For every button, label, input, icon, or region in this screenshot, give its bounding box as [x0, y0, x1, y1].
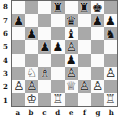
square-h4[interactable]: [104, 54, 117, 67]
square-h8[interactable]: [104, 1, 117, 14]
square-e6[interactable]: ♝: [65, 27, 78, 40]
square-c5[interactable]: ♟: [38, 40, 51, 53]
white-rook-h1: ♖: [105, 93, 116, 105]
square-a2[interactable]: ♙: [12, 80, 25, 93]
chess-board: ♜♜♚♟♛♟♟♟♝♞♟♟♙♟♘♗♙♙♙♙♕♙♙♔♖♖: [11, 0, 118, 107]
square-d7[interactable]: [51, 14, 64, 27]
black-knight-h6: ♞: [105, 27, 116, 39]
square-b3[interactable]: ♘: [25, 67, 38, 80]
square-d1[interactable]: ♖: [51, 93, 64, 106]
square-f8[interactable]: ♜: [78, 1, 91, 14]
file-label-d: d: [51, 107, 64, 118]
square-h1[interactable]: ♖: [104, 93, 117, 106]
square-f5[interactable]: [78, 40, 91, 53]
square-b8[interactable]: [25, 1, 38, 14]
rank-label-4: 4: [0, 54, 11, 67]
file-label-h: h: [105, 107, 118, 118]
rank-label-8: 8: [0, 0, 11, 13]
square-d6[interactable]: [51, 27, 64, 40]
square-a8[interactable]: [12, 1, 25, 14]
square-g2[interactable]: ♙: [91, 80, 104, 93]
square-g8[interactable]: ♚: [91, 1, 104, 14]
square-g7[interactable]: ♟: [91, 14, 104, 27]
white-king-b1: ♔: [26, 93, 37, 105]
white-pawn-g2: ♙: [92, 80, 103, 92]
file-labels: abcdefgh: [11, 107, 118, 118]
square-e2[interactable]: ♕: [65, 80, 78, 93]
black-pawn-d5: ♟: [53, 40, 64, 52]
square-g3[interactable]: [91, 67, 104, 80]
square-f1[interactable]: [78, 93, 91, 106]
square-a3[interactable]: [12, 67, 25, 80]
square-e5[interactable]: ♙: [65, 40, 78, 53]
square-d3[interactable]: [51, 67, 64, 80]
file-label-f: f: [78, 107, 91, 118]
square-b1[interactable]: ♔: [25, 93, 38, 106]
white-pawn-b2: ♙: [26, 80, 37, 92]
square-b5[interactable]: [25, 40, 38, 53]
black-pawn-a7: ♟: [13, 14, 24, 26]
black-rook-f8: ♜: [79, 1, 90, 13]
black-bishop-e6: ♝: [66, 27, 77, 39]
square-g6[interactable]: [91, 27, 104, 40]
square-e4[interactable]: ♟: [65, 54, 78, 67]
file-label-a: a: [11, 107, 24, 118]
black-pawn-h7: ♟: [105, 14, 116, 26]
square-b4[interactable]: [25, 54, 38, 67]
file-label-g: g: [91, 107, 104, 118]
square-f3[interactable]: [78, 67, 91, 80]
square-g4[interactable]: [91, 54, 104, 67]
square-a1[interactable]: [12, 93, 25, 106]
white-pawn-e3: ♙: [66, 67, 77, 79]
square-c6[interactable]: [38, 27, 51, 40]
file-label-b: b: [24, 107, 37, 118]
square-d2[interactable]: [51, 80, 64, 93]
chess-diagram: 87654321 ♜♜♚♟♛♟♟♟♝♞♟♟♙♟♘♗♙♙♙♙♕♙♙♔♖♖ abcd…: [0, 0, 118, 118]
square-c1[interactable]: [38, 93, 51, 106]
square-a7[interactable]: ♟: [12, 14, 25, 27]
white-pawn-h3: ♙: [105, 67, 116, 79]
square-h5[interactable]: [104, 40, 117, 53]
square-h6[interactable]: ♞: [104, 27, 117, 40]
square-b2[interactable]: ♙: [25, 80, 38, 93]
black-king-g8: ♚: [92, 1, 103, 13]
rank-label-6: 6: [0, 27, 11, 40]
file-label-e: e: [65, 107, 78, 118]
square-c8[interactable]: [38, 1, 51, 14]
square-g5[interactable]: [91, 40, 104, 53]
square-b7[interactable]: [25, 14, 38, 27]
square-d5[interactable]: ♟: [51, 40, 64, 53]
square-d4[interactable]: [51, 54, 64, 67]
square-b6[interactable]: ♟: [25, 27, 38, 40]
rank-label-3: 3: [0, 67, 11, 80]
white-rook-d1: ♖: [53, 93, 64, 105]
black-pawn-e4: ♟: [66, 54, 77, 66]
white-pawn-e5: ♙: [66, 40, 77, 52]
rank-label-5: 5: [0, 40, 11, 53]
square-c4[interactable]: [38, 54, 51, 67]
square-h7[interactable]: ♟: [104, 14, 117, 27]
square-g1[interactable]: [91, 93, 104, 106]
square-a6[interactable]: [12, 27, 25, 40]
black-rook-d8: ♜: [53, 1, 64, 13]
square-e7[interactable]: ♛: [65, 14, 78, 27]
rank-labels: 87654321: [0, 0, 11, 107]
white-pawn-f2: ♙: [79, 80, 90, 92]
rank-label-7: 7: [0, 13, 11, 26]
rank-label-2: 2: [0, 80, 11, 93]
square-f2[interactable]: ♙: [78, 80, 91, 93]
black-queen-e7: ♛: [66, 14, 77, 26]
white-pawn-a2: ♙: [13, 80, 24, 92]
black-pawn-g7: ♟: [92, 14, 103, 26]
black-pawn-b6: ♟: [26, 27, 37, 39]
square-f6[interactable]: [78, 27, 91, 40]
square-c3[interactable]: ♗: [38, 67, 51, 80]
square-e3[interactable]: ♙: [65, 67, 78, 80]
square-a4[interactable]: [12, 54, 25, 67]
white-queen-e2: ♕: [66, 80, 77, 92]
square-d8[interactable]: ♜: [51, 1, 64, 14]
square-c2[interactable]: [38, 80, 51, 93]
file-label-c: c: [38, 107, 51, 118]
square-f7[interactable]: [78, 14, 91, 27]
square-c7[interactable]: [38, 14, 51, 27]
white-bishop-c3: ♗: [39, 67, 50, 79]
rank-label-1: 1: [0, 94, 11, 107]
square-e1[interactable]: [65, 93, 78, 106]
square-e8[interactable]: [65, 1, 78, 14]
square-h3[interactable]: ♙: [104, 67, 117, 80]
black-pawn-c5: ♟: [39, 40, 50, 52]
white-knight-b3: ♘: [26, 67, 37, 79]
square-a5[interactable]: [12, 40, 25, 53]
square-f4[interactable]: [78, 54, 91, 67]
square-h2[interactable]: [104, 80, 117, 93]
